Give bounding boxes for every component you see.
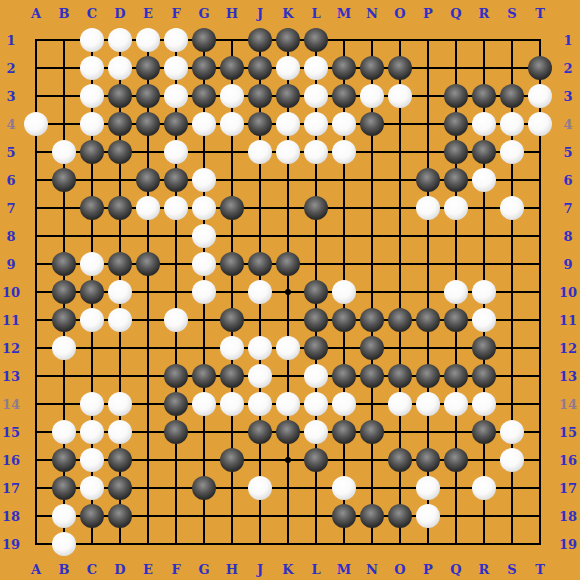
intersection-N4[interactable] <box>358 110 386 138</box>
intersection-F15[interactable] <box>162 418 190 446</box>
intersection-J14[interactable] <box>246 390 274 418</box>
intersection-H12[interactable] <box>218 334 246 362</box>
intersection-G15[interactable] <box>190 418 218 446</box>
intersection-J10[interactable] <box>246 278 274 306</box>
intersection-J11[interactable] <box>246 306 274 334</box>
intersection-E10[interactable] <box>134 278 162 306</box>
intersection-Q3[interactable] <box>442 82 470 110</box>
intersection-A15[interactable] <box>22 418 50 446</box>
intersection-Q19[interactable] <box>442 530 470 558</box>
intersection-M16[interactable] <box>330 446 358 474</box>
intersection-P9[interactable] <box>414 250 442 278</box>
intersection-T1[interactable] <box>526 26 554 54</box>
intersection-L6[interactable] <box>302 166 330 194</box>
intersection-Q14[interactable] <box>442 390 470 418</box>
intersection-B1[interactable] <box>50 26 78 54</box>
intersection-E18[interactable] <box>134 502 162 530</box>
intersection-D19[interactable] <box>106 530 134 558</box>
intersection-B7[interactable] <box>50 194 78 222</box>
intersection-F7[interactable] <box>162 194 190 222</box>
intersection-G19[interactable] <box>190 530 218 558</box>
intersection-N8[interactable] <box>358 222 386 250</box>
intersection-Q13[interactable] <box>442 362 470 390</box>
intersection-G10[interactable] <box>190 278 218 306</box>
intersection-F12[interactable] <box>162 334 190 362</box>
intersection-E7[interactable] <box>134 194 162 222</box>
intersection-K3[interactable] <box>274 82 302 110</box>
intersection-D3[interactable] <box>106 82 134 110</box>
intersection-R2[interactable] <box>470 54 498 82</box>
intersection-L7[interactable] <box>302 194 330 222</box>
intersection-P8[interactable] <box>414 222 442 250</box>
intersection-D10[interactable] <box>106 278 134 306</box>
intersection-B9[interactable] <box>50 250 78 278</box>
intersection-D18[interactable] <box>106 502 134 530</box>
intersection-S18[interactable] <box>498 502 526 530</box>
intersection-P11[interactable] <box>414 306 442 334</box>
intersection-H1[interactable] <box>218 26 246 54</box>
intersection-D16[interactable] <box>106 446 134 474</box>
intersection-Q17[interactable] <box>442 474 470 502</box>
intersection-P10[interactable] <box>414 278 442 306</box>
intersection-F14[interactable] <box>162 390 190 418</box>
intersection-K8[interactable] <box>274 222 302 250</box>
intersection-H18[interactable] <box>218 502 246 530</box>
intersection-N6[interactable] <box>358 166 386 194</box>
intersection-D9[interactable] <box>106 250 134 278</box>
intersection-A3[interactable] <box>22 82 50 110</box>
intersection-F4[interactable] <box>162 110 190 138</box>
intersection-R18[interactable] <box>470 502 498 530</box>
intersection-M17[interactable] <box>330 474 358 502</box>
intersection-R14[interactable] <box>470 390 498 418</box>
intersection-K18[interactable] <box>274 502 302 530</box>
intersection-T8[interactable] <box>526 222 554 250</box>
intersection-T10[interactable] <box>526 278 554 306</box>
intersection-R1[interactable] <box>470 26 498 54</box>
intersection-E6[interactable] <box>134 166 162 194</box>
intersection-E1[interactable] <box>134 26 162 54</box>
intersection-C15[interactable] <box>78 418 106 446</box>
intersection-P1[interactable] <box>414 26 442 54</box>
intersection-A1[interactable] <box>22 26 50 54</box>
intersection-T4[interactable] <box>526 110 554 138</box>
intersection-R3[interactable] <box>470 82 498 110</box>
intersection-R13[interactable] <box>470 362 498 390</box>
intersection-G16[interactable] <box>190 446 218 474</box>
intersection-G7[interactable] <box>190 194 218 222</box>
intersection-O17[interactable] <box>386 474 414 502</box>
intersection-D11[interactable] <box>106 306 134 334</box>
intersection-P14[interactable] <box>414 390 442 418</box>
intersection-Q6[interactable] <box>442 166 470 194</box>
intersection-R12[interactable] <box>470 334 498 362</box>
intersection-S10[interactable] <box>498 278 526 306</box>
intersection-P3[interactable] <box>414 82 442 110</box>
intersection-C13[interactable] <box>78 362 106 390</box>
intersection-F16[interactable] <box>162 446 190 474</box>
intersection-G18[interactable] <box>190 502 218 530</box>
intersection-G12[interactable] <box>190 334 218 362</box>
intersection-B5[interactable] <box>50 138 78 166</box>
intersection-A12[interactable] <box>22 334 50 362</box>
intersection-E16[interactable] <box>134 446 162 474</box>
intersection-C4[interactable] <box>78 110 106 138</box>
intersection-N1[interactable] <box>358 26 386 54</box>
intersection-K13[interactable] <box>274 362 302 390</box>
intersection-N5[interactable] <box>358 138 386 166</box>
intersection-R5[interactable] <box>470 138 498 166</box>
intersection-H17[interactable] <box>218 474 246 502</box>
intersection-C14[interactable] <box>78 390 106 418</box>
intersection-L11[interactable] <box>302 306 330 334</box>
intersection-C1[interactable] <box>78 26 106 54</box>
intersection-Q7[interactable] <box>442 194 470 222</box>
intersection-O18[interactable] <box>386 502 414 530</box>
intersection-B8[interactable] <box>50 222 78 250</box>
intersection-M10[interactable] <box>330 278 358 306</box>
intersection-G1[interactable] <box>190 26 218 54</box>
intersection-J18[interactable] <box>246 502 274 530</box>
intersection-Q5[interactable] <box>442 138 470 166</box>
intersection-J9[interactable] <box>246 250 274 278</box>
intersection-G17[interactable] <box>190 474 218 502</box>
intersection-P17[interactable] <box>414 474 442 502</box>
intersection-M12[interactable] <box>330 334 358 362</box>
intersection-O3[interactable] <box>386 82 414 110</box>
intersection-G6[interactable] <box>190 166 218 194</box>
intersection-Q8[interactable] <box>442 222 470 250</box>
intersection-F10[interactable] <box>162 278 190 306</box>
intersection-D14[interactable] <box>106 390 134 418</box>
intersection-H16[interactable] <box>218 446 246 474</box>
intersection-M11[interactable] <box>330 306 358 334</box>
intersection-L10[interactable] <box>302 278 330 306</box>
intersection-O14[interactable] <box>386 390 414 418</box>
intersection-S12[interactable] <box>498 334 526 362</box>
intersection-K4[interactable] <box>274 110 302 138</box>
intersection-C6[interactable] <box>78 166 106 194</box>
intersection-J4[interactable] <box>246 110 274 138</box>
intersection-B15[interactable] <box>50 418 78 446</box>
intersection-P6[interactable] <box>414 166 442 194</box>
intersection-G3[interactable] <box>190 82 218 110</box>
intersection-P13[interactable] <box>414 362 442 390</box>
intersection-N18[interactable] <box>358 502 386 530</box>
intersection-N19[interactable] <box>358 530 386 558</box>
intersection-E2[interactable] <box>134 54 162 82</box>
intersection-H13[interactable] <box>218 362 246 390</box>
intersection-P16[interactable] <box>414 446 442 474</box>
intersection-M9[interactable] <box>330 250 358 278</box>
intersection-S14[interactable] <box>498 390 526 418</box>
intersection-C18[interactable] <box>78 502 106 530</box>
intersection-C11[interactable] <box>78 306 106 334</box>
intersection-C17[interactable] <box>78 474 106 502</box>
intersection-N3[interactable] <box>358 82 386 110</box>
intersection-O16[interactable] <box>386 446 414 474</box>
intersection-T11[interactable] <box>526 306 554 334</box>
intersection-D13[interactable] <box>106 362 134 390</box>
intersection-L9[interactable] <box>302 250 330 278</box>
intersection-L2[interactable] <box>302 54 330 82</box>
intersection-K2[interactable] <box>274 54 302 82</box>
intersection-N11[interactable] <box>358 306 386 334</box>
intersection-S13[interactable] <box>498 362 526 390</box>
intersection-D1[interactable] <box>106 26 134 54</box>
intersection-K10[interactable] <box>274 278 302 306</box>
intersection-T17[interactable] <box>526 474 554 502</box>
intersection-C10[interactable] <box>78 278 106 306</box>
intersection-L13[interactable] <box>302 362 330 390</box>
intersection-F8[interactable] <box>162 222 190 250</box>
intersection-B4[interactable] <box>50 110 78 138</box>
intersection-N15[interactable] <box>358 418 386 446</box>
intersection-F9[interactable] <box>162 250 190 278</box>
intersection-P12[interactable] <box>414 334 442 362</box>
intersection-F18[interactable] <box>162 502 190 530</box>
intersection-T2[interactable] <box>526 54 554 82</box>
intersection-S8[interactable] <box>498 222 526 250</box>
intersection-Q1[interactable] <box>442 26 470 54</box>
intersection-G4[interactable] <box>190 110 218 138</box>
intersection-C5[interactable] <box>78 138 106 166</box>
intersection-C12[interactable] <box>78 334 106 362</box>
intersection-O7[interactable] <box>386 194 414 222</box>
intersection-P18[interactable] <box>414 502 442 530</box>
intersection-M14[interactable] <box>330 390 358 418</box>
intersection-J7[interactable] <box>246 194 274 222</box>
intersection-A18[interactable] <box>22 502 50 530</box>
intersection-J12[interactable] <box>246 334 274 362</box>
intersection-O1[interactable] <box>386 26 414 54</box>
intersection-O10[interactable] <box>386 278 414 306</box>
intersection-B13[interactable] <box>50 362 78 390</box>
intersection-O9[interactable] <box>386 250 414 278</box>
intersection-S4[interactable] <box>498 110 526 138</box>
intersection-O5[interactable] <box>386 138 414 166</box>
intersection-B18[interactable] <box>50 502 78 530</box>
intersection-D5[interactable] <box>106 138 134 166</box>
intersection-D7[interactable] <box>106 194 134 222</box>
intersection-M8[interactable] <box>330 222 358 250</box>
intersection-E13[interactable] <box>134 362 162 390</box>
intersection-G2[interactable] <box>190 54 218 82</box>
intersection-N14[interactable] <box>358 390 386 418</box>
intersection-M19[interactable] <box>330 530 358 558</box>
intersection-E9[interactable] <box>134 250 162 278</box>
intersection-H6[interactable] <box>218 166 246 194</box>
intersection-C8[interactable] <box>78 222 106 250</box>
intersection-H9[interactable] <box>218 250 246 278</box>
intersection-L19[interactable] <box>302 530 330 558</box>
intersection-E12[interactable] <box>134 334 162 362</box>
intersection-P19[interactable] <box>414 530 442 558</box>
intersection-T16[interactable] <box>526 446 554 474</box>
intersection-K9[interactable] <box>274 250 302 278</box>
intersection-L18[interactable] <box>302 502 330 530</box>
intersection-E11[interactable] <box>134 306 162 334</box>
intersection-H15[interactable] <box>218 418 246 446</box>
intersection-L5[interactable] <box>302 138 330 166</box>
intersection-T9[interactable] <box>526 250 554 278</box>
intersection-H11[interactable] <box>218 306 246 334</box>
intersection-M15[interactable] <box>330 418 358 446</box>
intersection-F1[interactable] <box>162 26 190 54</box>
intersection-H7[interactable] <box>218 194 246 222</box>
intersection-O12[interactable] <box>386 334 414 362</box>
intersection-F13[interactable] <box>162 362 190 390</box>
intersection-A10[interactable] <box>22 278 50 306</box>
intersection-T12[interactable] <box>526 334 554 362</box>
intersection-C19[interactable] <box>78 530 106 558</box>
intersection-L17[interactable] <box>302 474 330 502</box>
intersection-N2[interactable] <box>358 54 386 82</box>
intersection-F6[interactable] <box>162 166 190 194</box>
intersection-Q4[interactable] <box>442 110 470 138</box>
intersection-L16[interactable] <box>302 446 330 474</box>
intersection-M7[interactable] <box>330 194 358 222</box>
intersection-A11[interactable] <box>22 306 50 334</box>
intersection-C9[interactable] <box>78 250 106 278</box>
intersection-N9[interactable] <box>358 250 386 278</box>
intersection-A14[interactable] <box>22 390 50 418</box>
intersection-Q18[interactable] <box>442 502 470 530</box>
intersection-D8[interactable] <box>106 222 134 250</box>
intersection-A16[interactable] <box>22 446 50 474</box>
intersection-O2[interactable] <box>386 54 414 82</box>
intersection-S6[interactable] <box>498 166 526 194</box>
intersection-R17[interactable] <box>470 474 498 502</box>
intersection-Q2[interactable] <box>442 54 470 82</box>
intersection-N13[interactable] <box>358 362 386 390</box>
intersection-B12[interactable] <box>50 334 78 362</box>
intersection-D15[interactable] <box>106 418 134 446</box>
intersection-R4[interactable] <box>470 110 498 138</box>
intersection-N7[interactable] <box>358 194 386 222</box>
intersection-P7[interactable] <box>414 194 442 222</box>
intersection-B16[interactable] <box>50 446 78 474</box>
intersection-T19[interactable] <box>526 530 554 558</box>
intersection-H2[interactable] <box>218 54 246 82</box>
intersection-K16[interactable] <box>274 446 302 474</box>
intersection-D6[interactable] <box>106 166 134 194</box>
intersection-R10[interactable] <box>470 278 498 306</box>
intersection-A19[interactable] <box>22 530 50 558</box>
intersection-R11[interactable] <box>470 306 498 334</box>
intersection-Q12[interactable] <box>442 334 470 362</box>
intersection-B14[interactable] <box>50 390 78 418</box>
intersection-J2[interactable] <box>246 54 274 82</box>
intersection-K17[interactable] <box>274 474 302 502</box>
intersection-E19[interactable] <box>134 530 162 558</box>
intersection-H3[interactable] <box>218 82 246 110</box>
intersection-J13[interactable] <box>246 362 274 390</box>
intersection-A17[interactable] <box>22 474 50 502</box>
intersection-S19[interactable] <box>498 530 526 558</box>
intersection-O8[interactable] <box>386 222 414 250</box>
intersection-K1[interactable] <box>274 26 302 54</box>
intersection-P4[interactable] <box>414 110 442 138</box>
intersection-A9[interactable] <box>22 250 50 278</box>
intersection-M13[interactable] <box>330 362 358 390</box>
intersection-H19[interactable] <box>218 530 246 558</box>
intersection-E4[interactable] <box>134 110 162 138</box>
intersection-D17[interactable] <box>106 474 134 502</box>
intersection-C2[interactable] <box>78 54 106 82</box>
intersection-K12[interactable] <box>274 334 302 362</box>
intersection-L3[interactable] <box>302 82 330 110</box>
intersection-O19[interactable] <box>386 530 414 558</box>
intersection-L4[interactable] <box>302 110 330 138</box>
intersection-M6[interactable] <box>330 166 358 194</box>
intersection-B17[interactable] <box>50 474 78 502</box>
intersection-K5[interactable] <box>274 138 302 166</box>
intersection-L14[interactable] <box>302 390 330 418</box>
intersection-F5[interactable] <box>162 138 190 166</box>
intersection-M18[interactable] <box>330 502 358 530</box>
intersection-B11[interactable] <box>50 306 78 334</box>
intersection-A13[interactable] <box>22 362 50 390</box>
intersection-P15[interactable] <box>414 418 442 446</box>
intersection-B10[interactable] <box>50 278 78 306</box>
intersection-J19[interactable] <box>246 530 274 558</box>
intersection-E15[interactable] <box>134 418 162 446</box>
intersection-S1[interactable] <box>498 26 526 54</box>
intersection-F19[interactable] <box>162 530 190 558</box>
intersection-D12[interactable] <box>106 334 134 362</box>
intersection-G14[interactable] <box>190 390 218 418</box>
intersection-H5[interactable] <box>218 138 246 166</box>
intersection-H4[interactable] <box>218 110 246 138</box>
intersection-E5[interactable] <box>134 138 162 166</box>
intersection-T6[interactable] <box>526 166 554 194</box>
intersection-K15[interactable] <box>274 418 302 446</box>
intersection-J17[interactable] <box>246 474 274 502</box>
intersection-N10[interactable] <box>358 278 386 306</box>
intersection-T18[interactable] <box>526 502 554 530</box>
intersection-P2[interactable] <box>414 54 442 82</box>
intersection-O13[interactable] <box>386 362 414 390</box>
intersection-P5[interactable] <box>414 138 442 166</box>
intersection-C16[interactable] <box>78 446 106 474</box>
intersection-K6[interactable] <box>274 166 302 194</box>
intersection-T3[interactable] <box>526 82 554 110</box>
intersection-J5[interactable] <box>246 138 274 166</box>
intersection-O15[interactable] <box>386 418 414 446</box>
intersection-F2[interactable] <box>162 54 190 82</box>
intersection-A8[interactable] <box>22 222 50 250</box>
intersection-B19[interactable] <box>50 530 78 558</box>
intersection-S16[interactable] <box>498 446 526 474</box>
intersection-L15[interactable] <box>302 418 330 446</box>
intersection-Q16[interactable] <box>442 446 470 474</box>
intersection-R15[interactable] <box>470 418 498 446</box>
intersection-J16[interactable] <box>246 446 274 474</box>
intersection-O6[interactable] <box>386 166 414 194</box>
intersection-M1[interactable] <box>330 26 358 54</box>
intersection-L8[interactable] <box>302 222 330 250</box>
intersection-R16[interactable] <box>470 446 498 474</box>
intersection-D2[interactable] <box>106 54 134 82</box>
intersection-G13[interactable] <box>190 362 218 390</box>
intersection-G5[interactable] <box>190 138 218 166</box>
intersection-C7[interactable] <box>78 194 106 222</box>
intersection-J1[interactable] <box>246 26 274 54</box>
intersection-Q11[interactable] <box>442 306 470 334</box>
intersection-E14[interactable] <box>134 390 162 418</box>
intersection-K11[interactable] <box>274 306 302 334</box>
